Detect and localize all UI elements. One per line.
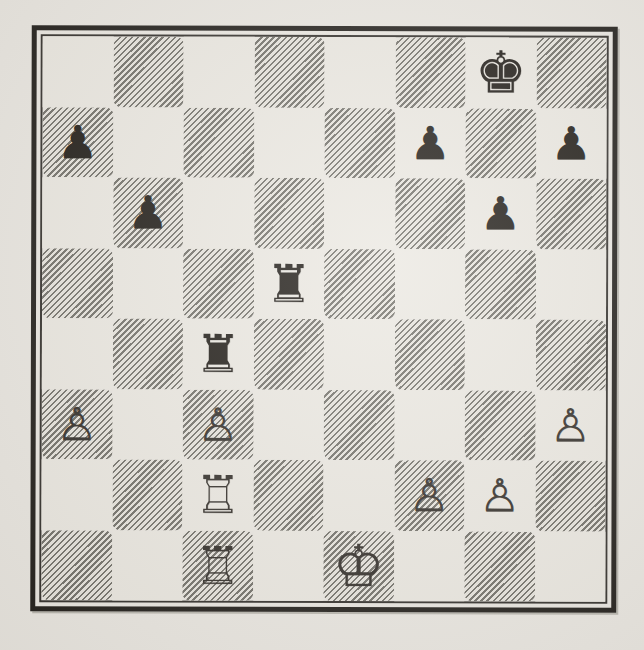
square-g7[interactable] — [465, 108, 536, 179]
square-h8[interactable] — [536, 38, 607, 109]
square-a1[interactable] — [41, 530, 112, 601]
square-a5[interactable] — [42, 248, 113, 319]
square-g8[interactable]: ♚ — [466, 37, 537, 108]
square-d1[interactable] — [253, 530, 324, 601]
chess-board-frame: ♚♟♟♟♟♟♜♜♙♙♙♖♙♙♖♔ — [30, 25, 618, 613]
square-g1[interactable] — [464, 531, 535, 602]
square-h6[interactable] — [536, 179, 607, 250]
square-e5[interactable] — [324, 249, 395, 320]
square-c3[interactable]: ♙ — [183, 389, 254, 460]
black-pawn-icon: ♟ — [551, 120, 592, 166]
square-d8[interactable] — [254, 37, 325, 108]
square-a2[interactable] — [41, 459, 112, 530]
square-g4[interactable] — [465, 319, 536, 390]
square-g6[interactable]: ♟ — [465, 178, 536, 249]
square-c7[interactable] — [183, 107, 254, 178]
square-h3[interactable]: ♙ — [535, 390, 606, 461]
square-f8[interactable] — [395, 37, 466, 108]
square-f2[interactable]: ♙ — [394, 460, 465, 531]
square-d5[interactable]: ♜ — [254, 248, 325, 319]
white-king-icon: ♔ — [333, 537, 385, 595]
square-h4[interactable] — [535, 320, 606, 391]
square-b8[interactable] — [113, 36, 184, 107]
square-c6[interactable] — [183, 178, 254, 249]
square-e6[interactable] — [324, 178, 395, 249]
square-c4[interactable]: ♜ — [183, 319, 254, 390]
white-pawn-icon: ♙ — [56, 401, 97, 447]
white-rook-icon: ♖ — [194, 539, 241, 591]
square-f3[interactable] — [394, 390, 465, 461]
square-b6[interactable]: ♟ — [113, 177, 184, 248]
square-e3[interactable] — [324, 389, 395, 460]
white-pawn-icon: ♙ — [479, 473, 520, 519]
square-f6[interactable] — [395, 178, 466, 249]
white-rook-icon: ♖ — [194, 469, 241, 521]
square-g2[interactable]: ♙ — [464, 460, 535, 531]
square-g5[interactable] — [465, 249, 536, 320]
square-b5[interactable] — [113, 248, 184, 319]
chess-board: ♚♟♟♟♟♟♜♜♙♙♙♖♙♙♖♔ — [41, 36, 606, 601]
black-pawn-icon: ♟ — [127, 190, 168, 236]
square-d4[interactable] — [253, 319, 324, 390]
square-e4[interactable] — [324, 319, 395, 390]
square-c8[interactable] — [184, 37, 255, 108]
square-h1[interactable] — [535, 531, 606, 602]
square-g3[interactable] — [465, 390, 536, 461]
square-e1[interactable]: ♔ — [323, 530, 394, 601]
square-d3[interactable] — [253, 389, 324, 460]
square-d6[interactable] — [254, 178, 325, 249]
square-a3[interactable]: ♙ — [42, 389, 113, 460]
square-c5[interactable] — [183, 248, 254, 319]
square-a7[interactable]: ♟ — [42, 107, 113, 178]
square-a4[interactable] — [42, 318, 113, 389]
square-b3[interactable] — [112, 389, 183, 460]
square-f1[interactable] — [394, 531, 465, 602]
square-h5[interactable] — [535, 249, 606, 320]
white-pawn-icon: ♙ — [550, 402, 591, 448]
square-b4[interactable] — [112, 318, 183, 389]
square-b1[interactable] — [112, 530, 183, 601]
black-pawn-icon: ♟ — [410, 120, 451, 166]
square-c1[interactable]: ♖ — [182, 530, 253, 601]
square-d7[interactable] — [254, 107, 325, 178]
square-f5[interactable] — [394, 249, 465, 320]
square-e8[interactable] — [325, 37, 396, 108]
square-f7[interactable]: ♟ — [395, 108, 466, 179]
page: ♚♟♟♟♟♟♜♜♙♙♙♖♙♙♖♔ — [0, 0, 644, 650]
white-pawn-icon: ♙ — [197, 401, 238, 447]
square-h7[interactable]: ♟ — [536, 108, 607, 179]
square-c2[interactable]: ♖ — [182, 460, 253, 531]
square-h2[interactable] — [535, 461, 606, 532]
chess-board-inner-border: ♚♟♟♟♟♟♜♜♙♙♙♖♙♙♖♔ — [39, 34, 608, 603]
white-pawn-icon: ♙ — [409, 472, 450, 518]
square-f4[interactable] — [394, 319, 465, 390]
square-d2[interactable] — [253, 460, 324, 531]
square-a6[interactable] — [42, 177, 113, 248]
square-b2[interactable] — [112, 459, 183, 530]
black-pawn-icon: ♟ — [480, 191, 521, 237]
black-rook-icon: ♜ — [195, 328, 242, 380]
black-rook-icon: ♜ — [265, 258, 312, 310]
square-a8[interactable] — [43, 36, 114, 107]
square-e2[interactable] — [323, 460, 394, 531]
black-pawn-icon: ♟ — [57, 119, 98, 165]
square-e7[interactable] — [324, 108, 395, 179]
square-b7[interactable] — [113, 107, 184, 178]
black-king-icon: ♚ — [475, 44, 527, 102]
